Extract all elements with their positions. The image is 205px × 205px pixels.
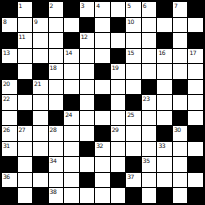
- black-cell: [126, 188, 141, 203]
- grid-cell[interactable]: [142, 188, 157, 203]
- grid-cell[interactable]: [188, 173, 203, 188]
- grid-cell[interactable]: 14: [64, 49, 79, 64]
- clue-number: 24: [65, 111, 72, 118]
- grid-cell[interactable]: [80, 157, 95, 172]
- grid-cell[interactable]: [157, 111, 172, 126]
- clue-number: 8: [3, 18, 6, 25]
- black-cell: [157, 188, 172, 203]
- black-cell: [111, 49, 126, 64]
- grid-cell[interactable]: 35: [142, 157, 157, 172]
- grid-cell[interactable]: [188, 95, 203, 110]
- grid-cell[interactable]: 22: [2, 95, 17, 110]
- clue-number: 35: [143, 157, 150, 164]
- grid-cell[interactable]: [142, 64, 157, 79]
- grid-cell[interactable]: [157, 64, 172, 79]
- black-cell: [95, 126, 110, 141]
- grid-cell[interactable]: [95, 188, 110, 203]
- grid-cell[interactable]: [64, 142, 79, 157]
- grid-cell[interactable]: 15: [126, 49, 141, 64]
- grid-cell[interactable]: 29: [111, 126, 126, 141]
- grid-cell[interactable]: [188, 111, 203, 126]
- black-cell: [188, 33, 203, 48]
- grid-cell[interactable]: [142, 111, 157, 126]
- grid-cell[interactable]: [173, 33, 188, 48]
- grid-cell[interactable]: [18, 157, 33, 172]
- grid-cell[interactable]: 13: [2, 49, 17, 64]
- clue-number: 32: [96, 142, 103, 149]
- grid-cell[interactable]: [142, 173, 157, 188]
- grid-cell[interactable]: [188, 80, 203, 95]
- grid-cell[interactable]: [111, 111, 126, 126]
- clue-number: 14: [65, 49, 72, 56]
- clue-number: 21: [34, 80, 41, 87]
- black-cell: [18, 80, 33, 95]
- black-cell: [80, 173, 95, 188]
- black-cell: [157, 33, 172, 48]
- grid-cell[interactable]: [157, 157, 172, 172]
- grid-cell[interactable]: 25: [126, 111, 141, 126]
- grid-cell[interactable]: [157, 173, 172, 188]
- grid-cell[interactable]: 36: [2, 173, 17, 188]
- grid-cell[interactable]: 23: [142, 95, 157, 110]
- grid-cell[interactable]: 3: [80, 2, 95, 17]
- black-cell: [33, 157, 48, 172]
- clue-number: 31: [3, 142, 10, 149]
- grid-cell[interactable]: [111, 142, 126, 157]
- black-cell: [188, 126, 203, 141]
- clue-number: 28: [50, 126, 57, 133]
- grid-cell[interactable]: [173, 64, 188, 79]
- grid-cell[interactable]: [126, 64, 141, 79]
- grid-cell[interactable]: [157, 80, 172, 95]
- clue-number: 36: [3, 173, 10, 180]
- grid-cell[interactable]: [95, 157, 110, 172]
- grid-cell[interactable]: [49, 49, 64, 64]
- grid-cell[interactable]: 10: [126, 18, 141, 33]
- black-cell: [126, 95, 141, 110]
- grid-cell[interactable]: [33, 49, 48, 64]
- grid-cell[interactable]: [33, 126, 48, 141]
- black-cell: [2, 33, 17, 48]
- grid-cell[interactable]: 30: [173, 126, 188, 141]
- clue-number: 4: [96, 2, 99, 9]
- black-cell: [95, 95, 110, 110]
- grid-cell[interactable]: 1: [18, 2, 33, 17]
- grid-cell[interactable]: [95, 33, 110, 48]
- grid-cell[interactable]: 17: [188, 49, 203, 64]
- clue-number: 10: [127, 18, 134, 25]
- clue-number: 11: [19, 33, 26, 40]
- grid-cell[interactable]: 11: [18, 33, 33, 48]
- black-cell: [157, 126, 172, 141]
- grid-cell[interactable]: [18, 173, 33, 188]
- black-cell: [173, 80, 188, 95]
- grid-cell[interactable]: [2, 111, 17, 126]
- grid-cell[interactable]: 5: [126, 2, 141, 17]
- grid-cell[interactable]: [64, 126, 79, 141]
- grid-cell[interactable]: 32: [95, 142, 110, 157]
- grid-cell[interactable]: [173, 18, 188, 33]
- grid-cell[interactable]: [80, 80, 95, 95]
- black-cell: [64, 95, 79, 110]
- crossword-board: 1234567891011121314151617181920212223242…: [0, 0, 205, 205]
- grid-cell[interactable]: [188, 64, 203, 79]
- black-cell: [2, 64, 17, 79]
- grid-cell[interactable]: [33, 173, 48, 188]
- clue-number: 16: [158, 49, 165, 56]
- clue-number: 34: [50, 157, 57, 164]
- clue-number: 1: [19, 2, 22, 9]
- grid-cell[interactable]: [80, 188, 95, 203]
- black-cell: [142, 80, 157, 95]
- grid-cell[interactable]: [80, 64, 95, 79]
- grid-cell[interactable]: [142, 33, 157, 48]
- clue-number: 22: [3, 95, 10, 102]
- grid-cell[interactable]: [18, 95, 33, 110]
- grid-cell[interactable]: 19: [111, 64, 126, 79]
- grid-cell[interactable]: [173, 142, 188, 157]
- grid-cell[interactable]: [64, 157, 79, 172]
- black-cell: [33, 64, 48, 79]
- grid-cell[interactable]: [18, 188, 33, 203]
- grid-cell[interactable]: [173, 173, 188, 188]
- black-cell: [18, 111, 33, 126]
- black-cell: [33, 188, 48, 203]
- clue-number: 37: [127, 173, 134, 180]
- grid-cell[interactable]: 24: [64, 111, 79, 126]
- black-cell: [95, 64, 110, 79]
- black-cell: [126, 157, 141, 172]
- clue-number: 25: [127, 111, 134, 118]
- grid-cell[interactable]: [173, 157, 188, 172]
- clue-number: 27: [19, 126, 26, 133]
- black-cell: [2, 2, 17, 17]
- grid-cell[interactable]: [188, 18, 203, 33]
- grid-cell[interactable]: 26: [2, 126, 17, 141]
- grid-cell[interactable]: [33, 33, 48, 48]
- clue-number: 20: [3, 80, 10, 87]
- clue-number: 12: [81, 33, 88, 40]
- grid-cell[interactable]: [80, 49, 95, 64]
- black-cell: [188, 2, 203, 17]
- grid-cell[interactable]: 27: [18, 126, 33, 141]
- grid-cell[interactable]: [173, 49, 188, 64]
- grid-cell[interactable]: [18, 49, 33, 64]
- grid-cell[interactable]: 12: [80, 33, 95, 48]
- clue-number: 3: [81, 2, 84, 9]
- grid-cell[interactable]: 7: [173, 2, 188, 17]
- grid-cell[interactable]: [142, 142, 157, 157]
- grid-cell[interactable]: [80, 111, 95, 126]
- clue-number: 23: [143, 95, 150, 102]
- clue-number: 33: [158, 142, 165, 149]
- grid-cell[interactable]: 4: [95, 2, 110, 17]
- grid-cell[interactable]: [111, 2, 126, 17]
- grid-cell[interactable]: [142, 18, 157, 33]
- clue-number: 26: [3, 126, 10, 133]
- grid-cell[interactable]: [64, 173, 79, 188]
- grid-cell[interactable]: 38: [49, 188, 64, 203]
- black-cell: [2, 188, 17, 203]
- clue-number: 9: [34, 18, 37, 25]
- grid-cell[interactable]: [33, 142, 48, 157]
- grid-cell[interactable]: [49, 18, 64, 33]
- grid-cell[interactable]: [49, 80, 64, 95]
- grid-cell[interactable]: [95, 49, 110, 64]
- clue-number: 19: [112, 64, 119, 71]
- grid-cell[interactable]: [95, 18, 110, 33]
- clue-number: 17: [189, 49, 196, 56]
- grid-cell[interactable]: [49, 95, 64, 110]
- grid-cell[interactable]: [111, 188, 126, 203]
- grid-cell[interactable]: [80, 95, 95, 110]
- grid-cell[interactable]: [80, 126, 95, 141]
- grid-cell[interactable]: 28: [49, 126, 64, 141]
- grid-cell[interactable]: [126, 33, 141, 48]
- clue-number: 13: [3, 49, 10, 56]
- black-cell: [64, 33, 79, 48]
- grid-cell[interactable]: [173, 95, 188, 110]
- grid-cell[interactable]: [64, 64, 79, 79]
- grid-cell[interactable]: [64, 80, 79, 95]
- black-cell: [64, 2, 79, 17]
- grid-cell[interactable]: [64, 18, 79, 33]
- grid-cell[interactable]: [157, 95, 172, 110]
- grid-cell[interactable]: 31: [2, 142, 17, 157]
- grid-cell[interactable]: [33, 95, 48, 110]
- black-cell: [49, 111, 64, 126]
- grid-cell[interactable]: [64, 188, 79, 203]
- grid-cell[interactable]: 16: [157, 49, 172, 64]
- grid-cell[interactable]: [18, 64, 33, 79]
- grid-cell[interactable]: [142, 49, 157, 64]
- grid-cell[interactable]: [126, 126, 141, 141]
- grid-cell[interactable]: [111, 95, 126, 110]
- grid-cell[interactable]: [111, 157, 126, 172]
- clue-number: 2: [50, 2, 53, 9]
- grid-cell[interactable]: [18, 142, 33, 157]
- black-cell: [111, 173, 126, 188]
- black-cell: [188, 188, 203, 203]
- grid-cell[interactable]: 9: [33, 18, 48, 33]
- black-cell: [157, 2, 172, 17]
- clue-number: 6: [143, 2, 146, 9]
- black-cell: [111, 18, 126, 33]
- clue-number: 38: [50, 188, 57, 195]
- grid-cell[interactable]: [126, 80, 141, 95]
- clue-number: 18: [50, 64, 57, 71]
- clue-number: 5: [127, 2, 130, 9]
- clue-number: 29: [112, 126, 119, 133]
- grid-cell[interactable]: [49, 142, 64, 157]
- grid-cell[interactable]: [49, 33, 64, 48]
- grid-cell[interactable]: 33: [157, 142, 172, 157]
- grid-cell[interactable]: [95, 111, 110, 126]
- clue-number: 30: [174, 126, 181, 133]
- grid-cell[interactable]: [157, 18, 172, 33]
- grid-cell[interactable]: [188, 142, 203, 157]
- grid-cell[interactable]: 37: [126, 173, 141, 188]
- clue-number: 7: [174, 2, 177, 9]
- clue-number: 15: [127, 49, 134, 56]
- grid-cell[interactable]: [111, 80, 126, 95]
- grid-cell[interactable]: [18, 18, 33, 33]
- grid-cell[interactable]: [111, 33, 126, 48]
- black-cell: [33, 2, 48, 17]
- grid-cell[interactable]: 34: [49, 157, 64, 172]
- grid-cell[interactable]: 21: [33, 80, 48, 95]
- grid-cell[interactable]: [33, 111, 48, 126]
- black-cell: [2, 157, 17, 172]
- black-cell: [80, 142, 95, 157]
- grid-cell[interactable]: 2: [49, 2, 64, 17]
- grid-cell[interactable]: [49, 173, 64, 188]
- black-cell: [80, 18, 95, 33]
- grid-cell[interactable]: [95, 173, 110, 188]
- grid-cell[interactable]: 20: [2, 80, 17, 95]
- grid-cell[interactable]: [173, 188, 188, 203]
- black-cell: [188, 157, 203, 172]
- grid-cell[interactable]: [95, 80, 110, 95]
- grid-cell[interactable]: 8: [2, 18, 17, 33]
- grid-cell[interactable]: [126, 142, 141, 157]
- grid-cell[interactable]: 6: [142, 2, 157, 17]
- grid-cell[interactable]: 18: [49, 64, 64, 79]
- black-cell: [173, 111, 188, 126]
- grid-cell[interactable]: [142, 126, 157, 141]
